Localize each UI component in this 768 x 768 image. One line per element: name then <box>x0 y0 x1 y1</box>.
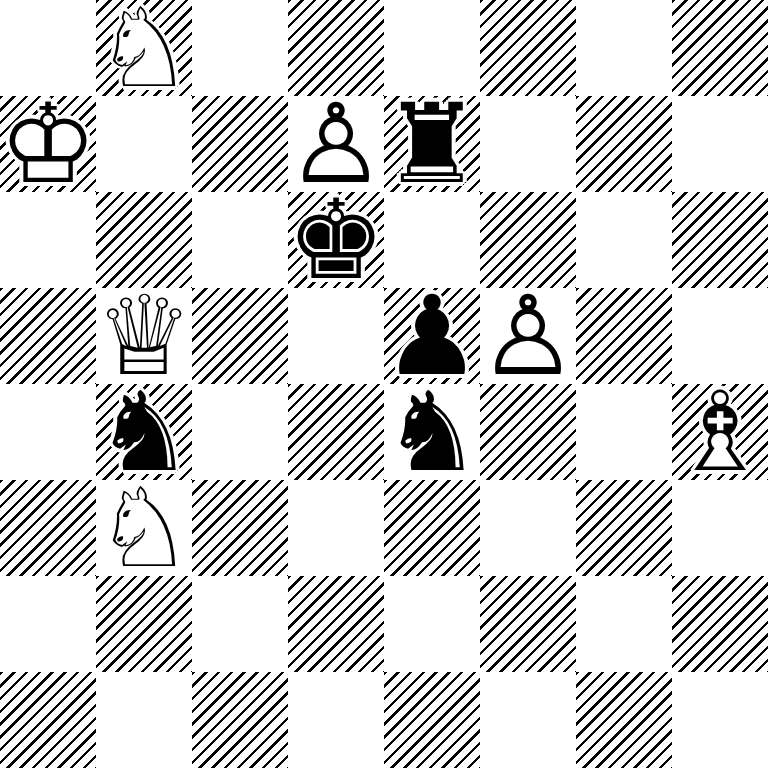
square-f3[interactable] <box>480 480 576 576</box>
square-c8[interactable] <box>192 0 288 96</box>
black-rook-halo: ♜ <box>384 96 480 192</box>
square-d8[interactable] <box>288 0 384 96</box>
square-e6[interactable] <box>384 192 480 288</box>
white-queen-piece[interactable]: ♕ <box>96 288 192 384</box>
square-d7[interactable]: ♟♙ <box>288 96 384 192</box>
square-h3[interactable] <box>672 480 768 576</box>
square-d4[interactable] <box>288 384 384 480</box>
square-f2[interactable] <box>480 576 576 672</box>
white-knight-piece[interactable]: ♘ <box>96 480 192 576</box>
square-h7[interactable] <box>672 96 768 192</box>
square-a8[interactable] <box>0 0 96 96</box>
square-c4[interactable] <box>192 384 288 480</box>
white-bishop-piece[interactable]: ♗ <box>672 384 768 480</box>
square-c3[interactable] <box>192 480 288 576</box>
black-pawn-piece[interactable]: ♟ <box>384 288 480 384</box>
square-h4[interactable]: ♝♗ <box>672 384 768 480</box>
square-b1[interactable] <box>96 672 192 768</box>
square-f6[interactable] <box>480 192 576 288</box>
square-a4[interactable] <box>0 384 96 480</box>
square-g5[interactable] <box>576 288 672 384</box>
white-bishop-halo: ♝ <box>672 384 768 480</box>
square-e8[interactable] <box>384 0 480 96</box>
black-knight-halo: ♞ <box>384 384 480 480</box>
square-b6[interactable] <box>96 192 192 288</box>
square-h5[interactable] <box>672 288 768 384</box>
square-d5[interactable] <box>288 288 384 384</box>
black-knight-halo: ♞ <box>96 384 192 480</box>
square-b2[interactable] <box>96 576 192 672</box>
square-g1[interactable] <box>576 672 672 768</box>
black-king-piece[interactable]: ♚ <box>288 192 384 288</box>
black-rook-piece[interactable]: ♜ <box>384 96 480 192</box>
square-c7[interactable] <box>192 96 288 192</box>
square-f8[interactable] <box>480 0 576 96</box>
white-pawn-piece[interactable]: ♙ <box>480 288 576 384</box>
square-e4[interactable]: ♞♞ <box>384 384 480 480</box>
black-knight-piece[interactable]: ♞ <box>384 384 480 480</box>
black-king-halo: ♚ <box>288 192 384 288</box>
square-c1[interactable] <box>192 672 288 768</box>
square-b5[interactable]: ♛♕ <box>96 288 192 384</box>
white-knight-halo: ♞ <box>96 480 192 576</box>
square-g3[interactable] <box>576 480 672 576</box>
square-a6[interactable] <box>0 192 96 288</box>
black-knight-piece[interactable]: ♞ <box>96 384 192 480</box>
square-h1[interactable] <box>672 672 768 768</box>
square-a5[interactable] <box>0 288 96 384</box>
square-c5[interactable] <box>192 288 288 384</box>
white-king-halo: ♚ <box>0 96 96 192</box>
square-e3[interactable] <box>384 480 480 576</box>
square-h8[interactable] <box>672 0 768 96</box>
square-a7[interactable]: ♚♔ <box>0 96 96 192</box>
chess-board: ♞♘♚♔♟♙♜♜♚♚♛♕♟♟♟♙♞♞♞♞♝♗♞♘ <box>0 0 768 768</box>
white-king-piece[interactable]: ♔ <box>0 96 96 192</box>
square-c6[interactable] <box>192 192 288 288</box>
square-b7[interactable] <box>96 96 192 192</box>
square-g6[interactable] <box>576 192 672 288</box>
square-g7[interactable] <box>576 96 672 192</box>
square-a1[interactable] <box>0 672 96 768</box>
square-e2[interactable] <box>384 576 480 672</box>
square-g4[interactable] <box>576 384 672 480</box>
square-e5[interactable]: ♟♟ <box>384 288 480 384</box>
black-pawn-halo: ♟ <box>384 288 480 384</box>
square-f5[interactable]: ♟♙ <box>480 288 576 384</box>
square-c2[interactable] <box>192 576 288 672</box>
square-b8[interactable]: ♞♘ <box>96 0 192 96</box>
square-h2[interactable] <box>672 576 768 672</box>
square-f4[interactable] <box>480 384 576 480</box>
white-knight-halo: ♞ <box>96 0 192 96</box>
square-d6[interactable]: ♚♚ <box>288 192 384 288</box>
square-d3[interactable] <box>288 480 384 576</box>
square-a2[interactable] <box>0 576 96 672</box>
square-d1[interactable] <box>288 672 384 768</box>
square-b4[interactable]: ♞♞ <box>96 384 192 480</box>
square-g2[interactable] <box>576 576 672 672</box>
square-f7[interactable] <box>480 96 576 192</box>
square-f1[interactable] <box>480 672 576 768</box>
square-e7[interactable]: ♜♜ <box>384 96 480 192</box>
square-g8[interactable] <box>576 0 672 96</box>
white-queen-halo: ♛ <box>96 288 192 384</box>
square-b3[interactable]: ♞♘ <box>96 480 192 576</box>
square-d2[interactable] <box>288 576 384 672</box>
square-a3[interactable] <box>0 480 96 576</box>
white-pawn-halo: ♟ <box>288 96 384 192</box>
white-pawn-piece[interactable]: ♙ <box>288 96 384 192</box>
white-knight-piece[interactable]: ♘ <box>96 0 192 96</box>
square-e1[interactable] <box>384 672 480 768</box>
square-h6[interactable] <box>672 192 768 288</box>
white-pawn-halo: ♟ <box>480 288 576 384</box>
